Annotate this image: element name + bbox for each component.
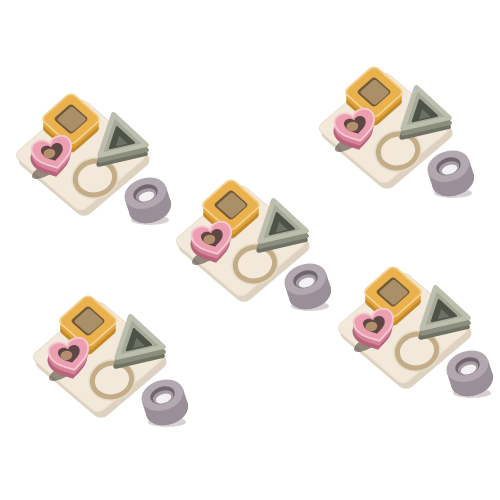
toy-set-top-right (316, 65, 478, 201)
toy-set-top-left (13, 92, 175, 228)
toy-set-bottom-left (30, 294, 192, 430)
product-photo (0, 0, 500, 500)
toy-sets-illustration (0, 0, 500, 500)
toy-set-bottom-right (335, 265, 497, 401)
toy-set-center (173, 178, 335, 314)
